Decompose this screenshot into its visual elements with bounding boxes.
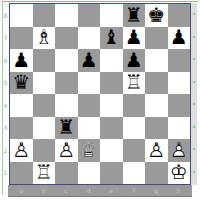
piece-glyph: ♟ <box>168 26 191 49</box>
white-rook[interactable]: ♜♖ <box>33 162 56 185</box>
piece-glyph: ♟ <box>78 49 101 72</box>
square-b8[interactable] <box>33 4 56 27</box>
right-tick-strip <box>191 3 197 185</box>
square-d7[interactable] <box>78 27 101 50</box>
rank-label-6: 6 <box>2 57 9 65</box>
square-f4[interactable] <box>123 94 146 117</box>
tick-mark <box>193 81 195 83</box>
piece-glyph: ♟ <box>123 49 146 72</box>
square-b6[interactable] <box>33 49 56 72</box>
white-queen[interactable]: ♛♕ <box>78 139 101 162</box>
black-rook[interactable]: ♜ <box>123 4 146 27</box>
rank-label-8: 8 <box>2 12 9 20</box>
rank-label-2: 2 <box>2 147 9 155</box>
piece-outline-layer: ♔ <box>168 161 191 184</box>
file-label-e: e <box>105 186 117 195</box>
file-label-d: d <box>83 186 95 195</box>
square-a2[interactable]: ♟♙ <box>10 139 33 162</box>
square-h3[interactable] <box>168 117 191 140</box>
square-h5[interactable] <box>168 72 191 95</box>
square-c7[interactable] <box>55 27 78 50</box>
square-c5[interactable] <box>55 72 78 95</box>
square-e1[interactable] <box>100 162 123 185</box>
piece-glyph: ♟ <box>123 26 146 49</box>
white-rook[interactable]: ♜♖ <box>123 72 146 95</box>
rank-labels-strip: 87654321 <box>0 4 9 184</box>
rank-label-7: 7 <box>2 34 9 42</box>
square-h6[interactable] <box>168 49 191 72</box>
square-f2[interactable] <box>123 139 146 162</box>
tick-mark <box>193 126 195 128</box>
piece-glyph: ♟ <box>10 49 33 72</box>
square-b2[interactable] <box>33 139 56 162</box>
black-pawn[interactable]: ♟ <box>78 49 101 72</box>
piece-glyph: ♜ <box>123 4 146 27</box>
square-g4[interactable] <box>145 94 168 117</box>
square-f6[interactable]: ♟ <box>123 49 146 72</box>
square-f8[interactable]: ♜ <box>123 4 146 27</box>
piece-outline-layer: ♙ <box>145 139 168 162</box>
square-h7[interactable]: ♟ <box>168 27 191 50</box>
top-accent-line <box>2 1 198 2</box>
white-pawn[interactable]: ♟♙ <box>145 139 168 162</box>
tick-mark <box>193 171 195 173</box>
square-f5[interactable]: ♜♖ <box>123 72 146 95</box>
tick-mark <box>193 103 195 105</box>
chess-board[interactable]: ♜♚♝♗♝♟♟♟♟♟♛♜♖♜♟♙♟♙♛♕♟♙♟♙♜♖♚♔ <box>10 4 190 184</box>
square-e5[interactable] <box>100 72 123 95</box>
white-pawn[interactable]: ♟♙ <box>10 139 33 162</box>
piece-outline-layer: ♕ <box>78 139 101 162</box>
square-g3[interactable] <box>145 117 168 140</box>
file-label-h: h <box>173 186 185 195</box>
black-queen[interactable]: ♛ <box>10 72 33 95</box>
square-g5[interactable] <box>145 72 168 95</box>
square-d2[interactable]: ♛♕ <box>78 139 101 162</box>
rank-label-1: 1 <box>2 169 9 177</box>
square-b7[interactable]: ♝♗ <box>33 27 56 50</box>
square-g2[interactable]: ♟♙ <box>145 139 168 162</box>
square-h4[interactable] <box>168 94 191 117</box>
square-g6[interactable] <box>145 49 168 72</box>
file-label-b: b <box>38 186 50 195</box>
square-c2[interactable]: ♟♙ <box>55 139 78 162</box>
square-c1[interactable] <box>55 162 78 185</box>
piece-outline-layer: ♙ <box>10 139 33 162</box>
rank-label-5: 5 <box>2 79 9 87</box>
square-c6[interactable] <box>55 49 78 72</box>
rank-label-3: 3 <box>2 124 9 132</box>
white-king[interactable]: ♚♔ <box>168 162 191 185</box>
file-label-f: f <box>128 186 140 195</box>
piece-glyph: ♛ <box>10 71 33 94</box>
square-f7[interactable]: ♟ <box>123 27 146 50</box>
square-f3[interactable] <box>123 117 146 140</box>
tick-mark <box>193 36 195 38</box>
file-label-g: g <box>150 186 162 195</box>
tick-mark <box>193 58 195 60</box>
rank-label-4: 4 <box>2 102 9 110</box>
square-h2[interactable]: ♟♙ <box>168 139 191 162</box>
square-d8[interactable] <box>78 4 101 27</box>
file-labels-strip: abcdefgh <box>8 185 192 197</box>
square-a1[interactable] <box>10 162 33 185</box>
file-label-c: c <box>60 186 72 195</box>
square-h1[interactable]: ♚♔ <box>168 162 191 185</box>
square-a5[interactable]: ♛ <box>10 72 33 95</box>
black-pawn[interactable]: ♟ <box>10 49 33 72</box>
square-b1[interactable]: ♜♖ <box>33 162 56 185</box>
square-c3[interactable]: ♜ <box>55 117 78 140</box>
white-pawn[interactable]: ♟♙ <box>168 139 191 162</box>
square-e2[interactable] <box>100 139 123 162</box>
white-bishop[interactable]: ♝♗ <box>33 27 56 50</box>
square-d3[interactable] <box>78 117 101 140</box>
black-rook[interactable]: ♜ <box>55 117 78 140</box>
square-d5[interactable] <box>78 72 101 95</box>
piece-glyph: ♝ <box>100 26 123 49</box>
square-a3[interactable] <box>10 117 33 140</box>
black-pawn[interactable]: ♟ <box>123 27 146 50</box>
piece-glyph: ♚ <box>145 4 168 27</box>
square-b5[interactable] <box>33 72 56 95</box>
black-pawn[interactable]: ♟ <box>123 49 146 72</box>
piece-outline-layer: ♗ <box>33 26 56 49</box>
square-d1[interactable] <box>78 162 101 185</box>
square-g8[interactable]: ♚ <box>145 4 168 27</box>
square-c4[interactable] <box>55 94 78 117</box>
square-f1[interactable] <box>123 162 146 185</box>
square-h8[interactable] <box>168 4 191 27</box>
piece-outline-layer: ♖ <box>123 71 146 94</box>
chess-board-window: 87654321 ♜♚♝♗♝♟♟♟♟♟♛♜♖♜♟♙♟♙♛♕♟♙♟♙♜♖♚♔ ab… <box>0 0 200 200</box>
square-g1[interactable] <box>145 162 168 185</box>
piece-outline-layer: ♙ <box>168 139 191 162</box>
square-e3[interactable] <box>100 117 123 140</box>
square-c8[interactable] <box>55 4 78 27</box>
square-a4[interactable] <box>10 94 33 117</box>
black-king[interactable]: ♚ <box>145 4 168 27</box>
square-b4[interactable] <box>33 94 56 117</box>
piece-outline-layer: ♙ <box>55 139 78 162</box>
tick-mark <box>193 148 195 150</box>
piece-glyph: ♜ <box>55 116 78 139</box>
square-e7[interactable]: ♝ <box>100 27 123 50</box>
square-a7[interactable] <box>10 27 33 50</box>
square-e6[interactable] <box>100 49 123 72</box>
white-pawn[interactable]: ♟♙ <box>55 139 78 162</box>
square-b3[interactable] <box>33 117 56 140</box>
square-d4[interactable] <box>78 94 101 117</box>
black-pawn[interactable]: ♟ <box>168 27 191 50</box>
file-label-a: a <box>15 186 27 195</box>
square-e4[interactable] <box>100 94 123 117</box>
tick-mark <box>193 13 195 15</box>
square-e8[interactable] <box>100 4 123 27</box>
square-a8[interactable] <box>10 4 33 27</box>
piece-outline-layer: ♖ <box>33 161 56 184</box>
square-g7[interactable] <box>145 27 168 50</box>
black-bishop[interactable]: ♝ <box>100 27 123 50</box>
square-a6[interactable]: ♟ <box>10 49 33 72</box>
square-d6[interactable]: ♟ <box>78 49 101 72</box>
